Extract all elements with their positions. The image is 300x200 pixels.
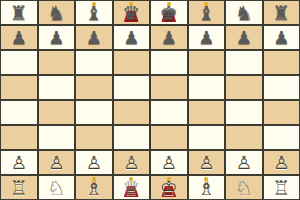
square-c1[interactable]: ♗: [76, 176, 112, 199]
square-e2[interactable]: ♙: [151, 151, 187, 174]
gold-finial: [204, 2, 208, 6]
square-a1[interactable]: ♖: [1, 176, 37, 199]
square-e5[interactable]: [151, 76, 187, 99]
square-d1[interactable]: ♕: [114, 176, 150, 199]
square-f6[interactable]: [189, 51, 225, 74]
square-f2[interactable]: ♙: [189, 151, 225, 174]
gold-finial: [92, 177, 96, 181]
square-g4[interactable]: [226, 101, 262, 124]
white-knight-piece: ♘: [235, 178, 253, 198]
black-pawn-piece: ♟: [236, 29, 252, 47]
square-c4[interactable]: [76, 101, 112, 124]
gold-finial: [92, 2, 96, 6]
square-h1[interactable]: ♖: [264, 176, 300, 199]
black-rook-piece: ♜: [272, 3, 290, 23]
square-b7[interactable]: ♟: [39, 26, 75, 49]
square-h4[interactable]: [264, 101, 300, 124]
square-h7[interactable]: ♟: [264, 26, 300, 49]
white-pawn-piece: ♙: [11, 154, 27, 172]
black-knight-piece: ♞: [47, 3, 65, 23]
gold-finial: [129, 177, 133, 181]
square-e4[interactable]: [151, 101, 187, 124]
square-b8[interactable]: ♞: [39, 1, 75, 24]
square-f5[interactable]: [189, 76, 225, 99]
square-d7[interactable]: ♟: [114, 26, 150, 49]
square-a6[interactable]: [1, 51, 37, 74]
square-h3[interactable]: [264, 126, 300, 149]
square-d8[interactable]: ♛: [114, 1, 150, 24]
square-e1[interactable]: ♔: [151, 176, 187, 199]
black-knight-piece: ♞: [235, 3, 253, 23]
square-a2[interactable]: ♙: [1, 151, 37, 174]
white-pawn-piece: ♙: [161, 154, 177, 172]
white-pawn-piece: ♙: [48, 154, 64, 172]
black-pawn-piece: ♟: [123, 29, 139, 47]
square-b1[interactable]: ♘: [39, 176, 75, 199]
white-knight-piece: ♘: [47, 178, 65, 198]
black-rook-piece: ♜: [10, 3, 28, 23]
square-d4[interactable]: [114, 101, 150, 124]
square-c6[interactable]: [76, 51, 112, 74]
black-pawn-piece: ♟: [11, 29, 27, 47]
gold-finial: [129, 2, 133, 6]
chess-app-window: ♜♞♝♛♚♝♞♜♟♟♟♟♟♟♟♟♙♙♙♙♙♙♙♙♖♘♗♕♔♗♘♖: [0, 0, 300, 200]
square-g6[interactable]: [226, 51, 262, 74]
white-pawn-piece: ♙: [198, 154, 214, 172]
square-a5[interactable]: [1, 76, 37, 99]
white-pawn-piece: ♙: [273, 154, 289, 172]
white-rook-piece: ♖: [10, 178, 28, 198]
square-c3[interactable]: [76, 126, 112, 149]
square-e7[interactable]: ♟: [151, 26, 187, 49]
square-b6[interactable]: [39, 51, 75, 74]
white-pawn-piece: ♙: [86, 154, 102, 172]
black-pawn-piece: ♟: [86, 29, 102, 47]
square-d5[interactable]: [114, 76, 150, 99]
square-g3[interactable]: [226, 126, 262, 149]
white-pawn-piece: ♙: [236, 154, 252, 172]
black-pawn-piece: ♟: [198, 29, 214, 47]
square-f3[interactable]: [189, 126, 225, 149]
chess-board: ♜♞♝♛♚♝♞♜♟♟♟♟♟♟♟♟♙♙♙♙♙♙♙♙♖♘♗♕♔♗♘♖: [0, 0, 300, 200]
black-pawn-piece: ♟: [161, 29, 177, 47]
square-e3[interactable]: [151, 126, 187, 149]
square-c5[interactable]: [76, 76, 112, 99]
square-g7[interactable]: ♟: [226, 26, 262, 49]
square-a3[interactable]: [1, 126, 37, 149]
square-c8[interactable]: ♝: [76, 1, 112, 24]
black-pawn-piece: ♟: [48, 29, 64, 47]
square-e6[interactable]: [151, 51, 187, 74]
square-b2[interactable]: ♙: [39, 151, 75, 174]
black-pawn-piece: ♟: [273, 29, 289, 47]
square-e8[interactable]: ♚: [151, 1, 187, 24]
square-f4[interactable]: [189, 101, 225, 124]
gold-finial: [167, 177, 171, 181]
square-b4[interactable]: [39, 101, 75, 124]
square-g2[interactable]: ♙: [226, 151, 262, 174]
square-h2[interactable]: ♙: [264, 151, 300, 174]
square-h8[interactable]: ♜: [264, 1, 300, 24]
square-a7[interactable]: ♟: [1, 26, 37, 49]
square-b5[interactable]: [39, 76, 75, 99]
square-h5[interactable]: [264, 76, 300, 99]
gold-finial: [167, 2, 171, 6]
square-a8[interactable]: ♜: [1, 1, 37, 24]
white-rook-piece: ♖: [272, 178, 290, 198]
square-b3[interactable]: [39, 126, 75, 149]
square-f8[interactable]: ♝: [189, 1, 225, 24]
white-pawn-piece: ♙: [123, 154, 139, 172]
square-c2[interactable]: ♙: [76, 151, 112, 174]
square-d3[interactable]: [114, 126, 150, 149]
square-a4[interactable]: [1, 101, 37, 124]
square-d6[interactable]: [114, 51, 150, 74]
square-g5[interactable]: [226, 76, 262, 99]
square-c7[interactable]: ♟: [76, 26, 112, 49]
square-g8[interactable]: ♞: [226, 1, 262, 24]
square-f7[interactable]: ♟: [189, 26, 225, 49]
square-f1[interactable]: ♗: [189, 176, 225, 199]
gold-finial: [204, 177, 208, 181]
square-h6[interactable]: [264, 51, 300, 74]
square-g1[interactable]: ♘: [226, 176, 262, 199]
square-d2[interactable]: ♙: [114, 151, 150, 174]
